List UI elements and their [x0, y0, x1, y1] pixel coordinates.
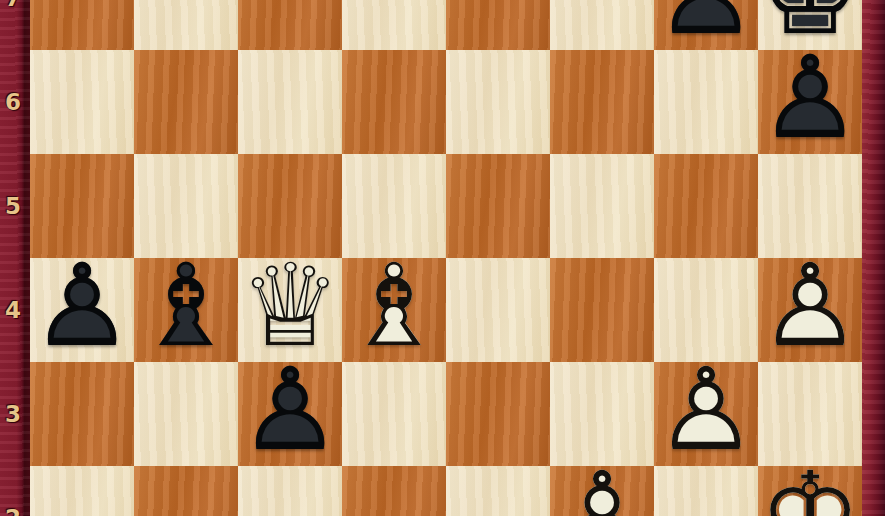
square-c6[interactable] [238, 50, 342, 154]
black-pawn-outline: ♙ [758, 46, 862, 150]
board-viewport: ♟♙♚♔♟♙♟♙♝♗♛♕♝♗♟♙♟♙♟♙♟♙♚♔ 765432 [0, 0, 885, 516]
square-a2[interactable] [30, 466, 134, 516]
square-c7[interactable] [238, 0, 342, 50]
square-d2[interactable] [342, 466, 446, 516]
black-pawn-icon[interactable]: ♟♙ [30, 258, 134, 362]
square-d4[interactable]: ♝♗ [342, 258, 446, 362]
square-d6[interactable] [342, 50, 446, 154]
square-d3[interactable] [342, 362, 446, 466]
square-e4[interactable] [446, 258, 550, 362]
square-g6[interactable] [654, 50, 758, 154]
square-a3[interactable] [30, 362, 134, 466]
white-king-icon[interactable]: ♚♔ [758, 466, 862, 516]
square-b4[interactable]: ♝♗ [134, 258, 238, 362]
square-g2[interactable] [654, 466, 758, 516]
square-e6[interactable] [446, 50, 550, 154]
board-frame-right [862, 0, 885, 516]
white-bishop-icon[interactable]: ♝♗ [342, 258, 446, 362]
white-pawn-outline: ♙ [654, 358, 758, 462]
square-c3[interactable]: ♟♙ [238, 362, 342, 466]
square-f2[interactable]: ♟♙ [550, 466, 654, 516]
square-h2[interactable]: ♚♔ [758, 466, 862, 516]
square-g5[interactable] [654, 154, 758, 258]
black-pawn-outline: ♙ [238, 358, 342, 462]
square-f5[interactable] [550, 154, 654, 258]
white-bishop-outline: ♗ [342, 254, 446, 358]
square-a6[interactable] [30, 50, 134, 154]
square-g7[interactable]: ♟♙ [654, 0, 758, 50]
rank-label-3: 3 [0, 401, 26, 427]
white-pawn-outline: ♙ [758, 254, 862, 358]
rank-label-6: 6 [0, 89, 26, 115]
square-h6[interactable]: ♟♙ [758, 50, 862, 154]
square-b7[interactable] [134, 0, 238, 50]
square-e3[interactable] [446, 362, 550, 466]
board-frame-left [0, 0, 30, 516]
square-a4[interactable]: ♟♙ [30, 258, 134, 362]
white-pawn-outline: ♙ [550, 462, 654, 516]
black-pawn-outline: ♙ [30, 254, 134, 358]
black-pawn-outline: ♙ [654, 0, 758, 46]
square-d7[interactable] [342, 0, 446, 50]
square-b2[interactable] [134, 466, 238, 516]
square-b3[interactable] [134, 362, 238, 466]
square-e5[interactable] [446, 154, 550, 258]
square-a7[interactable] [30, 0, 134, 50]
square-g3[interactable]: ♟♙ [654, 362, 758, 466]
square-e2[interactable] [446, 466, 550, 516]
white-king-outline: ♔ [758, 462, 862, 516]
square-e7[interactable] [446, 0, 550, 50]
rank-label-4: 4 [0, 297, 26, 323]
rank-label-2: 2 [0, 505, 26, 516]
square-c2[interactable] [238, 466, 342, 516]
square-f6[interactable] [550, 50, 654, 154]
chess-board: ♟♙♚♔♟♙♟♙♝♗♛♕♝♗♟♙♟♙♟♙♟♙♚♔ [30, 0, 862, 516]
black-pawn-icon[interactable]: ♟♙ [238, 362, 342, 466]
black-bishop-icon[interactable]: ♝♗ [134, 258, 238, 362]
black-pawn-icon[interactable]: ♟♙ [654, 0, 758, 50]
rank-label-5: 5 [0, 193, 26, 219]
square-h4[interactable]: ♟♙ [758, 258, 862, 362]
black-bishop-outline: ♗ [134, 254, 238, 358]
square-b6[interactable] [134, 50, 238, 154]
white-pawn-icon[interactable]: ♟♙ [654, 362, 758, 466]
white-pawn-icon[interactable]: ♟♙ [550, 466, 654, 516]
white-pawn-icon[interactable]: ♟♙ [758, 258, 862, 362]
black-pawn-icon[interactable]: ♟♙ [758, 50, 862, 154]
square-f7[interactable] [550, 0, 654, 50]
rank-label-7: 7 [0, 0, 26, 11]
square-f4[interactable] [550, 258, 654, 362]
